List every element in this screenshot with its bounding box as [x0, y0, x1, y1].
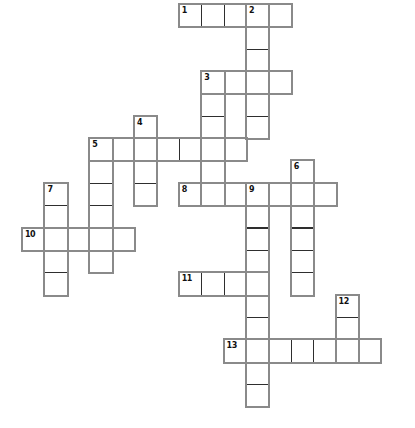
- grid-cell-r8c9[interactable]: [224, 183, 247, 206]
- grid-cell-r8c8[interactable]: [201, 183, 224, 206]
- grid-cell-r8c13[interactable]: [313, 183, 336, 206]
- grid-cell-r7c3[interactable]: [89, 160, 112, 183]
- grid-cell-r8c3[interactable]: [89, 183, 112, 206]
- grid-cell-r6c8[interactable]: [201, 138, 224, 161]
- grid-cell-r9c10[interactable]: [246, 205, 269, 228]
- grid-cell-r12c7[interactable]: [179, 272, 202, 295]
- grid-cell-r9c1[interactable]: [44, 205, 67, 228]
- grid-cell-r2c10[interactable]: [246, 49, 269, 72]
- grid-cell-r13c10[interactable]: [246, 295, 269, 318]
- grid-cell-r8c10[interactable]: [246, 183, 269, 206]
- grid-cell-r8c7[interactable]: [179, 183, 202, 206]
- grid-cell-r5c5[interactable]: [134, 116, 157, 139]
- grid-cell-r14c14[interactable]: [336, 317, 359, 340]
- grid-cell-r12c12[interactable]: [291, 272, 314, 295]
- grid-cell-r10c10[interactable]: [246, 228, 269, 251]
- grid-cell-r6c9[interactable]: [224, 138, 247, 161]
- grid-cell-r1c10[interactable]: [246, 26, 269, 49]
- grid-cell-r15c14[interactable]: [336, 339, 359, 362]
- grid-cell-r15c12[interactable]: [291, 339, 314, 362]
- grid-cell-r15c15[interactable]: [358, 339, 381, 362]
- grid-cell-r17c10[interactable]: [246, 384, 269, 407]
- grid-cell-r0c8[interactable]: [201, 4, 224, 27]
- grid-cell-r15c13[interactable]: [313, 339, 336, 362]
- grid-cell-r3c11[interactable]: [268, 71, 291, 94]
- grid-cell-r4c10[interactable]: [246, 93, 269, 116]
- grid-cell-r5c8[interactable]: [201, 116, 224, 139]
- grid-cell-r5c10[interactable]: [246, 116, 269, 139]
- grid-cell-r11c1[interactable]: [44, 250, 67, 273]
- grid-cell-r15c11[interactable]: [268, 339, 291, 362]
- grid-cell-r9c3[interactable]: [89, 205, 112, 228]
- grid-cell-r0c9[interactable]: [224, 4, 247, 27]
- grid-cell-r8c11[interactable]: [268, 183, 291, 206]
- grid-cell-r3c9[interactable]: [224, 71, 247, 94]
- grid-cell-r4c8[interactable]: [201, 93, 224, 116]
- grid-cell-r12c1[interactable]: [44, 272, 67, 295]
- grid-cell-r12c8[interactable]: [201, 272, 224, 295]
- grid-cell-r11c10[interactable]: [246, 250, 269, 273]
- grid-cell-r16c10[interactable]: [246, 362, 269, 385]
- grid-cell-r12c10[interactable]: [246, 272, 269, 295]
- grid-cell-r3c10[interactable]: [246, 71, 269, 94]
- grid-cell-r15c9[interactable]: [224, 339, 247, 362]
- grid-cell-r8c5[interactable]: [134, 183, 157, 206]
- grid-cell-r6c5[interactable]: [134, 138, 157, 161]
- grid-cell-r8c12[interactable]: [291, 183, 314, 206]
- grid-cell-r7c12[interactable]: [291, 160, 314, 183]
- grid-cell-r6c6[interactable]: [156, 138, 179, 161]
- grid-cell-r0c10[interactable]: [246, 4, 269, 27]
- grid-cell-r9c12[interactable]: [291, 205, 314, 228]
- grid-cell-r8c1[interactable]: [44, 183, 67, 206]
- grid-cell-r10c2[interactable]: [67, 228, 90, 251]
- grid-cell-r7c5[interactable]: [134, 160, 157, 183]
- grid-cell-r10c3[interactable]: [89, 228, 112, 251]
- grid-cell-r6c4[interactable]: [112, 138, 135, 161]
- crossword-board: 12345678910111213: [0, 0, 415, 428]
- grid-cell-r3c8[interactable]: [201, 71, 224, 94]
- grid-cell-r6c7[interactable]: [179, 138, 202, 161]
- grid-cell-r12c9[interactable]: [224, 272, 247, 295]
- grid-cell-r7c8[interactable]: [201, 160, 224, 183]
- grid-cell-r6c3[interactable]: [89, 138, 112, 161]
- grid-cell-r10c12[interactable]: [291, 228, 314, 251]
- grid-cell-r15c10[interactable]: [246, 339, 269, 362]
- grid-cell-r14c10[interactable]: [246, 317, 269, 340]
- grid-cell-r0c7[interactable]: [179, 4, 202, 27]
- grid-cell-r0c11[interactable]: [268, 4, 291, 27]
- grid-cell-r10c0[interactable]: [22, 228, 45, 251]
- grid-cell-r11c3[interactable]: [89, 250, 112, 273]
- grid-cell-r13c14[interactable]: [336, 295, 359, 318]
- grid-cell-r11c12[interactable]: [291, 250, 314, 273]
- grid-cell-r10c4[interactable]: [112, 228, 135, 251]
- grid-cell-r10c1[interactable]: [44, 228, 67, 251]
